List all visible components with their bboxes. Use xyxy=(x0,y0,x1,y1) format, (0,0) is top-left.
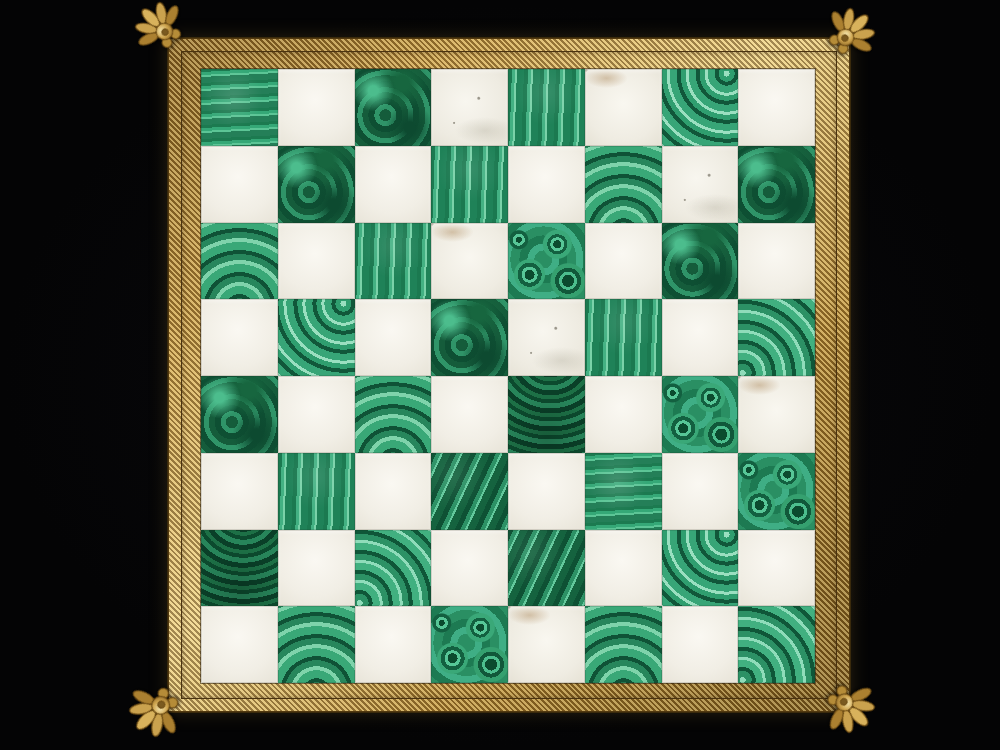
square-a8[interactable] xyxy=(201,69,278,146)
square-a3[interactable] xyxy=(201,453,278,530)
square-h3[interactable] xyxy=(738,453,815,530)
square-b6[interactable] xyxy=(278,223,355,300)
square-b1[interactable] xyxy=(278,606,355,683)
gilt-frame xyxy=(168,38,850,712)
square-a5[interactable] xyxy=(201,299,278,376)
square-e3[interactable] xyxy=(508,453,585,530)
square-b4[interactable] xyxy=(278,376,355,453)
square-g8[interactable] xyxy=(662,69,739,146)
square-e1[interactable] xyxy=(508,606,585,683)
square-f7[interactable] xyxy=(585,146,662,223)
square-h7[interactable] xyxy=(738,146,815,223)
square-h4[interactable] xyxy=(738,376,815,453)
square-h1[interactable] xyxy=(738,606,815,683)
square-a2[interactable] xyxy=(201,530,278,607)
square-a7[interactable] xyxy=(201,146,278,223)
square-c8[interactable] xyxy=(355,69,432,146)
square-c3[interactable] xyxy=(355,453,432,530)
square-g3[interactable] xyxy=(662,453,739,530)
square-d1[interactable] xyxy=(431,606,508,683)
square-c6[interactable] xyxy=(355,223,432,300)
square-b2[interactable] xyxy=(278,530,355,607)
square-f2[interactable] xyxy=(585,530,662,607)
square-b8[interactable] xyxy=(278,69,355,146)
square-d8[interactable] xyxy=(431,69,508,146)
square-c5[interactable] xyxy=(355,299,432,376)
photo-background xyxy=(0,0,1000,750)
square-a1[interactable] xyxy=(201,606,278,683)
square-g6[interactable] xyxy=(662,223,739,300)
square-h5[interactable] xyxy=(738,299,815,376)
square-a4[interactable] xyxy=(201,376,278,453)
square-d3[interactable] xyxy=(431,453,508,530)
square-c1[interactable] xyxy=(355,606,432,683)
square-h2[interactable] xyxy=(738,530,815,607)
square-f8[interactable] xyxy=(585,69,662,146)
chessboard xyxy=(201,69,815,683)
square-b5[interactable] xyxy=(278,299,355,376)
square-e2[interactable] xyxy=(508,530,585,607)
square-e8[interactable] xyxy=(508,69,585,146)
square-c7[interactable] xyxy=(355,146,432,223)
marble-border-band xyxy=(181,51,837,699)
square-e5[interactable] xyxy=(508,299,585,376)
square-b3[interactable] xyxy=(278,453,355,530)
square-f5[interactable] xyxy=(585,299,662,376)
square-f4[interactable] xyxy=(585,376,662,453)
square-h6[interactable] xyxy=(738,223,815,300)
square-f1[interactable] xyxy=(585,606,662,683)
square-c2[interactable] xyxy=(355,530,432,607)
square-c4[interactable] xyxy=(355,376,432,453)
square-e4[interactable] xyxy=(508,376,585,453)
square-d6[interactable] xyxy=(431,223,508,300)
square-h8[interactable] xyxy=(738,69,815,146)
square-g7[interactable] xyxy=(662,146,739,223)
square-d4[interactable] xyxy=(431,376,508,453)
square-f6[interactable] xyxy=(585,223,662,300)
square-g5[interactable] xyxy=(662,299,739,376)
square-d5[interactable] xyxy=(431,299,508,376)
square-d7[interactable] xyxy=(431,146,508,223)
square-g1[interactable] xyxy=(662,606,739,683)
square-e6[interactable] xyxy=(508,223,585,300)
square-e7[interactable] xyxy=(508,146,585,223)
square-d2[interactable] xyxy=(431,530,508,607)
square-a6[interactable] xyxy=(201,223,278,300)
square-g4[interactable] xyxy=(662,376,739,453)
square-b7[interactable] xyxy=(278,146,355,223)
square-g2[interactable] xyxy=(662,530,739,607)
square-f3[interactable] xyxy=(585,453,662,530)
